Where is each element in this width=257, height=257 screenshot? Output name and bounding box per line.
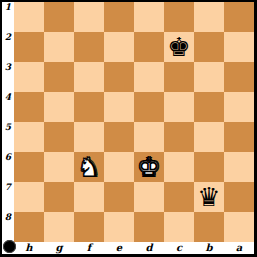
rank-label-6: 6 [2,152,14,182]
square-g2[interactable] [44,32,74,62]
rank-label-2: 2 [2,32,14,62]
file-label-g: g [44,242,74,254]
square-e7[interactable] [104,182,134,212]
square-e5[interactable] [104,122,134,152]
square-f6[interactable]: ♞ [74,152,104,182]
square-a7[interactable] [224,182,254,212]
square-g8[interactable] [44,212,74,242]
square-f4[interactable] [74,92,104,122]
file-label-h: h [14,242,44,254]
square-h1[interactable] [14,2,44,32]
chess-board: ♚♞♚♛ [14,2,254,242]
square-c2[interactable]: ♚ [164,32,194,62]
square-a5[interactable] [224,122,254,152]
piece-white-knight[interactable]: ♞ [74,152,104,182]
file-label-f: f [74,242,104,254]
piece-white-king[interactable]: ♚ [134,152,164,182]
square-d2[interactable] [134,32,164,62]
square-h6[interactable] [14,152,44,182]
rank-label-5: 5 [2,122,14,152]
rank-label-3: 3 [2,62,14,92]
square-b3[interactable] [194,62,224,92]
rank-label-8: 8 [2,212,14,242]
square-e2[interactable] [104,32,134,62]
square-c7[interactable] [164,182,194,212]
square-b1[interactable] [194,2,224,32]
square-f8[interactable] [74,212,104,242]
square-a8[interactable] [224,212,254,242]
rank-label-1: 1 [2,2,14,32]
square-d6[interactable]: ♚ [134,152,164,182]
square-h3[interactable] [14,62,44,92]
file-label-d: d [134,242,164,254]
square-a2[interactable] [224,32,254,62]
square-g4[interactable] [44,92,74,122]
square-e3[interactable] [104,62,134,92]
chess-diagram: 12345678 ♚♞♚♛ hgfedcba [0,0,257,257]
square-b4[interactable] [194,92,224,122]
square-f7[interactable] [74,182,104,212]
square-g5[interactable] [44,122,74,152]
square-b6[interactable] [194,152,224,182]
square-a4[interactable] [224,92,254,122]
rank-label-7: 7 [2,182,14,212]
square-e6[interactable] [104,152,134,182]
file-label-e: e [104,242,134,254]
rank-labels: 12345678 [2,2,14,242]
square-c3[interactable] [164,62,194,92]
square-b5[interactable] [194,122,224,152]
square-f3[interactable] [74,62,104,92]
square-h8[interactable] [14,212,44,242]
square-h7[interactable] [14,182,44,212]
square-a1[interactable] [224,2,254,32]
file-label-a: a [224,242,254,254]
square-h4[interactable] [14,92,44,122]
square-e8[interactable] [104,212,134,242]
square-f5[interactable] [74,122,104,152]
square-e1[interactable] [104,2,134,32]
square-g7[interactable] [44,182,74,212]
square-f1[interactable] [74,2,104,32]
square-a6[interactable] [224,152,254,182]
square-c6[interactable] [164,152,194,182]
square-c5[interactable] [164,122,194,152]
square-c8[interactable] [164,212,194,242]
file-label-b: b [194,242,224,254]
square-h5[interactable] [14,122,44,152]
square-d5[interactable] [134,122,164,152]
rank-label-4: 4 [2,92,14,122]
square-d4[interactable] [134,92,164,122]
piece-black-queen[interactable]: ♛ [194,182,224,212]
square-b8[interactable] [194,212,224,242]
square-c1[interactable] [164,2,194,32]
square-d1[interactable] [134,2,164,32]
square-h2[interactable] [14,32,44,62]
square-f2[interactable] [74,32,104,62]
square-d8[interactable] [134,212,164,242]
square-g1[interactable] [44,2,74,32]
square-e4[interactable] [104,92,134,122]
piece-black-king[interactable]: ♚ [164,32,194,62]
black-to-move-indicator [3,240,16,253]
file-label-c: c [164,242,194,254]
square-b7[interactable]: ♛ [194,182,224,212]
square-d3[interactable] [134,62,164,92]
square-g6[interactable] [44,152,74,182]
square-d7[interactable] [134,182,164,212]
square-c4[interactable] [164,92,194,122]
square-a3[interactable] [224,62,254,92]
file-labels: hgfedcba [2,242,254,254]
square-g3[interactable] [44,62,74,92]
square-b2[interactable] [194,32,224,62]
